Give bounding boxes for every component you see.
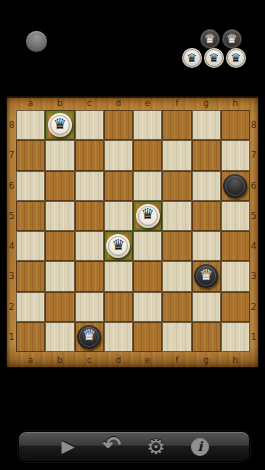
square-g4[interactable] (192, 231, 221, 261)
file-labels-bottom: abcdefgh (16, 354, 250, 367)
info-icon: i (191, 438, 209, 456)
square-c6[interactable] (75, 171, 104, 201)
king-crown-icon: ♛ (112, 238, 125, 253)
file-label-c: c (75, 354, 104, 367)
file-label-g: g (192, 97, 221, 110)
square-a5[interactable] (16, 201, 45, 231)
square-a3[interactable] (16, 261, 45, 291)
rank-label-3: 3 (7, 261, 16, 291)
file-label-e: e (133, 97, 162, 110)
square-a4[interactable] (16, 231, 45, 261)
square-e7[interactable] (133, 140, 162, 170)
tray-black-king: ♛ (200, 29, 220, 49)
info-button[interactable]: i (187, 434, 213, 460)
rank-label-3: 3 (249, 261, 258, 291)
rank-labels-left: 87654321 (7, 110, 16, 352)
square-h3[interactable] (221, 261, 250, 291)
board-grid: ♛♛♛♛♛ (16, 110, 250, 352)
king-crown-icon: ♛ (231, 52, 242, 64)
square-c2[interactable] (75, 292, 104, 322)
undo-button[interactable]: ↶ (99, 434, 125, 460)
square-a6[interactable] (16, 171, 45, 201)
square-d2[interactable] (104, 292, 133, 322)
square-d6[interactable] (104, 171, 133, 201)
square-e5[interactable]: ♛ (133, 201, 162, 231)
square-h6[interactable] (221, 171, 250, 201)
square-c1[interactable]: ♛ (75, 322, 104, 352)
square-d4[interactable]: ♛ (104, 231, 133, 261)
king-crown-icon: ♛ (199, 268, 212, 283)
file-label-f: f (162, 354, 191, 367)
square-b2[interactable] (45, 292, 74, 322)
square-f1[interactable] (162, 322, 191, 352)
tray-white-king: ♛ (226, 48, 246, 68)
square-a2[interactable] (16, 292, 45, 322)
rank-label-5: 5 (249, 201, 258, 231)
square-c8[interactable] (75, 110, 104, 140)
square-e2[interactable] (133, 292, 162, 322)
file-label-b: b (45, 97, 74, 110)
king-crown-icon: ♛ (82, 328, 95, 343)
square-a7[interactable] (16, 140, 45, 170)
undo-icon: ↶ (103, 432, 121, 458)
square-b4[interactable] (45, 231, 74, 261)
square-d7[interactable] (104, 140, 133, 170)
square-e8[interactable] (133, 110, 162, 140)
bottom-toolbar: ▶↶⚙i (18, 431, 250, 462)
square-c5[interactable] (75, 201, 104, 231)
tray-row-black-kings: ♛♛ (180, 29, 242, 49)
rank-label-1: 1 (7, 322, 16, 352)
square-b8[interactable]: ♛ (45, 110, 74, 140)
square-f4[interactable] (162, 231, 191, 261)
square-e6[interactable] (133, 171, 162, 201)
square-h4[interactable] (221, 231, 250, 261)
file-label-a: a (16, 354, 45, 367)
square-b6[interactable] (45, 171, 74, 201)
square-f8[interactable] (162, 110, 191, 140)
square-e4[interactable] (133, 231, 162, 261)
square-g7[interactable] (192, 140, 221, 170)
king-crown-icon: ♛ (141, 207, 154, 222)
square-e1[interactable] (133, 322, 162, 352)
rank-label-6: 6 (249, 171, 258, 201)
file-label-a: a (16, 97, 45, 110)
file-label-e: e (133, 354, 162, 367)
square-g3[interactable]: ♛ (192, 261, 221, 291)
square-h2[interactable] (221, 292, 250, 322)
tray-row-white-kings: ♛♛♛ (180, 48, 246, 68)
tray-black-king: ♛ (222, 29, 242, 49)
square-c7[interactable] (75, 140, 104, 170)
square-g8[interactable] (192, 110, 221, 140)
square-d8[interactable] (104, 110, 133, 140)
rank-label-2: 2 (7, 292, 16, 322)
square-f3[interactable] (162, 261, 191, 291)
black-man-h6[interactable] (223, 174, 247, 198)
rank-label-1: 1 (249, 322, 258, 352)
rank-label-4: 4 (7, 231, 16, 261)
square-g2[interactable] (192, 292, 221, 322)
square-f2[interactable] (162, 292, 191, 322)
rank-label-7: 7 (7, 140, 16, 170)
captured-piece-tray: ♛♛ ♛♛♛ (180, 29, 246, 68)
play-icon: ▶ (61, 436, 74, 457)
file-label-h: h (221, 97, 250, 110)
square-f6[interactable] (162, 171, 191, 201)
file-label-c: c (75, 97, 104, 110)
square-g6[interactable] (192, 171, 221, 201)
gear-icon: ⚙ (147, 435, 166, 459)
file-label-d: d (104, 354, 133, 367)
rank-label-8: 8 (249, 110, 258, 140)
square-g1[interactable] (192, 322, 221, 352)
rank-label-5: 5 (7, 201, 16, 231)
square-g5[interactable] (192, 201, 221, 231)
file-label-d: d (104, 97, 133, 110)
square-b3[interactable] (45, 261, 74, 291)
king-crown-icon: ♛ (205, 33, 216, 45)
square-e3[interactable] (133, 261, 162, 291)
square-b7[interactable] (45, 140, 74, 170)
tray-white-king: ♛ (182, 48, 202, 68)
black-king-g3[interactable]: ♛ (194, 264, 218, 288)
file-label-f: f (162, 97, 191, 110)
square-f7[interactable] (162, 140, 191, 170)
white-king-d4[interactable]: ♛ (106, 234, 130, 258)
file-label-h: h (221, 354, 250, 367)
settings-button[interactable]: ⚙ (143, 434, 169, 460)
king-crown-icon: ♛ (209, 52, 220, 64)
square-h5[interactable] (221, 201, 250, 231)
play-button[interactable]: ▶ (55, 434, 81, 460)
king-crown-icon: ♛ (53, 117, 66, 132)
white-king-e5[interactable]: ♛ (136, 204, 160, 228)
square-c3[interactable] (75, 261, 104, 291)
rank-label-6: 6 (7, 171, 16, 201)
rank-label-2: 2 (249, 292, 258, 322)
square-f5[interactable] (162, 201, 191, 231)
king-crown-icon: ♛ (187, 52, 198, 64)
checkers-board[interactable]: abcdefgh abcdefgh 87654321 87654321 ♛♛♛♛… (6, 96, 259, 368)
square-a1[interactable] (16, 322, 45, 352)
square-h7[interactable] (221, 140, 250, 170)
square-d3[interactable] (104, 261, 133, 291)
king-crown-icon: ♛ (227, 33, 238, 45)
white-king-b8[interactable]: ♛ (48, 113, 72, 137)
square-c4[interactable] (75, 231, 104, 261)
square-d1[interactable] (104, 322, 133, 352)
file-label-b: b (45, 354, 74, 367)
square-d5[interactable] (104, 201, 133, 231)
rank-label-7: 7 (249, 140, 258, 170)
square-a8[interactable] (16, 110, 45, 140)
square-b1[interactable] (45, 322, 74, 352)
rank-label-8: 8 (7, 110, 16, 140)
rank-labels-right: 87654321 (249, 110, 258, 352)
tray-white-king: ♛ (204, 48, 224, 68)
file-label-g: g (192, 354, 221, 367)
square-b5[interactable] (45, 201, 74, 231)
square-h8[interactable] (221, 110, 250, 140)
turn-indicator (26, 31, 47, 52)
rank-label-4: 4 (249, 231, 258, 261)
file-labels-top: abcdefgh (16, 97, 250, 110)
square-h1[interactable] (221, 322, 250, 352)
black-king-c1[interactable]: ♛ (77, 325, 101, 349)
